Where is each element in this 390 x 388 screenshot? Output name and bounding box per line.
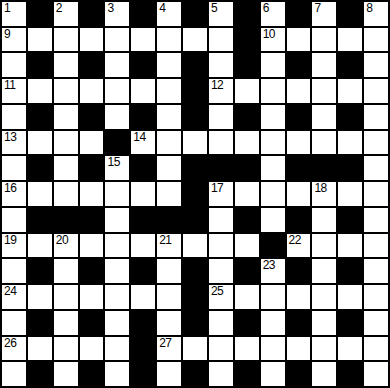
black-cell xyxy=(338,156,362,180)
black-cell xyxy=(287,362,311,386)
black-cell xyxy=(183,362,207,386)
black-cell xyxy=(183,182,207,206)
grid-cell[interactable] xyxy=(261,53,285,77)
black-cell xyxy=(338,105,362,129)
black-cell xyxy=(28,2,52,26)
grid-cell[interactable] xyxy=(312,311,336,335)
clue-number: 1 xyxy=(4,2,10,15)
grid-cell[interactable]: 16 xyxy=(2,182,26,206)
grid-cell[interactable] xyxy=(54,79,78,103)
grid-cell[interactable] xyxy=(364,285,388,309)
grid-cell[interactable] xyxy=(287,337,311,361)
black-cell xyxy=(131,53,155,77)
grid-cell[interactable] xyxy=(209,53,233,77)
grid-cell[interactable]: 19 xyxy=(2,234,26,258)
clue-number: 15 xyxy=(107,156,119,169)
grid-cell[interactable] xyxy=(54,259,78,283)
black-cell xyxy=(28,311,52,335)
grid-cell[interactable]: 13 xyxy=(2,131,26,155)
grid-cell[interactable] xyxy=(54,131,78,155)
grid-cell[interactable] xyxy=(338,234,362,258)
grid-cell[interactable]: 6 xyxy=(261,2,285,26)
grid-cell[interactable] xyxy=(28,285,52,309)
grid-cell[interactable] xyxy=(364,53,388,77)
grid-cell[interactable] xyxy=(80,131,104,155)
clue-number: 22 xyxy=(289,234,301,247)
grid-cell[interactable]: 5 xyxy=(209,2,233,26)
grid-cell[interactable] xyxy=(54,28,78,52)
grid-cell[interactable]: 25 xyxy=(209,285,233,309)
grid-cell[interactable] xyxy=(80,182,104,206)
grid-cell[interactable] xyxy=(209,28,233,52)
black-cell xyxy=(287,2,311,26)
black-cell xyxy=(235,105,259,129)
clue-number: 14 xyxy=(133,131,145,144)
black-cell xyxy=(261,234,285,258)
black-cell xyxy=(209,156,233,180)
grid-cell[interactable] xyxy=(209,105,233,129)
grid-cell[interactable] xyxy=(287,182,311,206)
grid-cell[interactable] xyxy=(287,28,311,52)
crossword-board: 1234567891011121314151617181920212223242… xyxy=(0,0,390,388)
grid-cell[interactable] xyxy=(105,53,129,77)
black-cell xyxy=(235,259,259,283)
grid-cell[interactable] xyxy=(209,131,233,155)
grid-cell[interactable] xyxy=(80,234,104,258)
black-cell xyxy=(80,156,104,180)
clue-number: 4 xyxy=(159,2,165,15)
clue-number: 20 xyxy=(56,234,68,247)
black-cell xyxy=(235,53,259,77)
clue-number: 12 xyxy=(211,79,223,92)
grid-cell[interactable] xyxy=(312,259,336,283)
black-cell xyxy=(235,362,259,386)
grid-cell[interactable] xyxy=(338,28,362,52)
grid-cell[interactable] xyxy=(105,285,129,309)
grid-cell[interactable] xyxy=(80,285,104,309)
grid-cell[interactable] xyxy=(28,234,52,258)
grid-cell[interactable] xyxy=(364,79,388,103)
grid-cell[interactable] xyxy=(131,285,155,309)
grid-cell[interactable] xyxy=(183,337,207,361)
grid-cell[interactable] xyxy=(338,337,362,361)
grid-cell[interactable] xyxy=(235,234,259,258)
black-cell xyxy=(287,259,311,283)
black-cell xyxy=(131,259,155,283)
grid-cell[interactable] xyxy=(183,131,207,155)
black-cell xyxy=(287,105,311,129)
grid-cell[interactable] xyxy=(105,79,129,103)
grid-cell[interactable] xyxy=(157,131,181,155)
clue-number: 21 xyxy=(159,234,171,247)
grid-cell[interactable]: 26 xyxy=(2,337,26,361)
grid-cell[interactable]: 24 xyxy=(2,285,26,309)
grid-cell[interactable] xyxy=(80,79,104,103)
grid-cell[interactable] xyxy=(261,182,285,206)
grid-cell[interactable] xyxy=(54,285,78,309)
clue-number: 8 xyxy=(366,2,372,15)
grid-cell[interactable] xyxy=(183,234,207,258)
grid-cell[interactable] xyxy=(364,182,388,206)
grid-cell[interactable] xyxy=(2,156,26,180)
black-cell xyxy=(338,2,362,26)
grid-cell[interactable] xyxy=(364,311,388,335)
grid-cell[interactable] xyxy=(364,337,388,361)
grid-cell[interactable] xyxy=(157,105,181,129)
black-cell xyxy=(28,105,52,129)
grid-cell[interactable]: 9 xyxy=(2,28,26,52)
grid-cell[interactable] xyxy=(338,285,362,309)
grid-cell[interactable] xyxy=(209,337,233,361)
black-cell xyxy=(131,311,155,335)
grid-cell[interactable] xyxy=(312,131,336,155)
black-cell xyxy=(235,156,259,180)
black-cell xyxy=(28,208,52,232)
black-cell xyxy=(183,311,207,335)
grid-cell[interactable] xyxy=(2,53,26,77)
grid-cell[interactable] xyxy=(261,105,285,129)
grid-cell[interactable] xyxy=(312,337,336,361)
black-cell xyxy=(235,2,259,26)
clue-number: 27 xyxy=(159,337,171,350)
black-cell xyxy=(80,105,104,129)
black-cell xyxy=(54,208,78,232)
grid-cell[interactable] xyxy=(105,182,129,206)
grid-cell[interactable] xyxy=(157,259,181,283)
black-cell xyxy=(80,362,104,386)
grid-cell[interactable] xyxy=(54,156,78,180)
clue-number: 18 xyxy=(314,182,326,195)
grid-cell[interactable] xyxy=(261,337,285,361)
grid-cell[interactable] xyxy=(131,79,155,103)
black-cell xyxy=(80,208,104,232)
black-cell xyxy=(183,259,207,283)
grid-cell[interactable] xyxy=(157,53,181,77)
grid-cell[interactable] xyxy=(105,311,129,335)
black-cell xyxy=(105,131,129,155)
grid-cell[interactable] xyxy=(28,79,52,103)
grid-cell[interactable] xyxy=(338,131,362,155)
grid-cell[interactable] xyxy=(183,28,207,52)
clue-number: 11 xyxy=(4,79,15,92)
grid-cell[interactable] xyxy=(312,105,336,129)
grid-cell[interactable] xyxy=(364,234,388,258)
grid-cell[interactable] xyxy=(235,285,259,309)
grid-cell[interactable] xyxy=(131,28,155,52)
grid-cell[interactable] xyxy=(312,234,336,258)
grid-cell[interactable]: 4 xyxy=(157,2,181,26)
clue-number: 26 xyxy=(4,337,16,350)
black-cell xyxy=(183,285,207,309)
grid-cell[interactable] xyxy=(54,311,78,335)
grid-cell[interactable] xyxy=(261,208,285,232)
grid-cell[interactable] xyxy=(157,362,181,386)
grid-cell[interactable] xyxy=(2,311,26,335)
grid-cell[interactable]: 15 xyxy=(105,156,129,180)
grid-cell[interactable] xyxy=(105,259,129,283)
black-cell xyxy=(80,311,104,335)
grid-cell[interactable]: 7 xyxy=(312,2,336,26)
grid-cell[interactable] xyxy=(105,234,129,258)
grid-cell[interactable]: 1 xyxy=(2,2,26,26)
grid-cell[interactable] xyxy=(80,337,104,361)
black-cell xyxy=(287,53,311,77)
clue-number: 16 xyxy=(4,182,16,195)
grid-cell[interactable]: 2 xyxy=(54,2,78,26)
grid-cell[interactable] xyxy=(364,259,388,283)
grid-cell[interactable]: 20 xyxy=(54,234,78,258)
clue-number: 7 xyxy=(314,2,320,15)
clue-number: 2 xyxy=(56,2,62,15)
black-cell xyxy=(183,208,207,232)
crossword-puzzle: 1234567891011121314151617181920212223242… xyxy=(0,0,390,388)
black-cell xyxy=(183,105,207,129)
black-cell xyxy=(28,362,52,386)
black-cell xyxy=(131,2,155,26)
grid-cell[interactable] xyxy=(287,285,311,309)
grid-cell[interactable] xyxy=(287,79,311,103)
clue-number: 9 xyxy=(4,28,10,41)
grid-cell[interactable] xyxy=(131,182,155,206)
grid-cell[interactable] xyxy=(54,362,78,386)
grid-cell[interactable]: 23 xyxy=(261,259,285,283)
grid-cell[interactable] xyxy=(209,362,233,386)
grid-cell[interactable] xyxy=(209,208,233,232)
black-cell xyxy=(235,311,259,335)
clue-number: 6 xyxy=(263,2,269,15)
black-cell xyxy=(131,105,155,129)
grid-cell[interactable] xyxy=(54,182,78,206)
grid-cell[interactable] xyxy=(105,362,129,386)
grid-cell[interactable] xyxy=(54,105,78,129)
grid-cell[interactable] xyxy=(105,337,129,361)
grid-cell[interactable] xyxy=(261,311,285,335)
grid-cell[interactable]: 14 xyxy=(131,131,155,155)
grid-cell[interactable]: 17 xyxy=(209,182,233,206)
grid-cell[interactable] xyxy=(312,28,336,52)
grid-cell[interactable] xyxy=(2,259,26,283)
grid-cell[interactable] xyxy=(364,105,388,129)
grid-cell[interactable]: 21 xyxy=(157,234,181,258)
grid-cell[interactable] xyxy=(364,156,388,180)
grid-cell[interactable] xyxy=(131,234,155,258)
grid-cell[interactable] xyxy=(28,182,52,206)
clue-number: 24 xyxy=(4,285,16,298)
grid-cell[interactable]: 10 xyxy=(261,28,285,52)
grid-cell[interactable] xyxy=(235,182,259,206)
black-cell xyxy=(338,53,362,77)
grid-cell[interactable]: 27 xyxy=(157,337,181,361)
grid-cell[interactable] xyxy=(261,131,285,155)
black-cell xyxy=(183,156,207,180)
grid-cell[interactable] xyxy=(105,28,129,52)
grid-cell[interactable] xyxy=(105,208,129,232)
black-cell xyxy=(80,53,104,77)
grid-cell[interactable] xyxy=(364,362,388,386)
grid-cell[interactable] xyxy=(157,311,181,335)
black-cell xyxy=(28,53,52,77)
black-cell xyxy=(131,362,155,386)
grid-cell[interactable] xyxy=(157,79,181,103)
black-cell xyxy=(80,2,104,26)
grid-cell[interactable] xyxy=(28,131,52,155)
black-cell xyxy=(235,28,259,52)
grid-cell[interactable] xyxy=(338,79,362,103)
black-cell xyxy=(183,2,207,26)
black-cell xyxy=(28,156,52,180)
black-cell xyxy=(183,53,207,77)
grid-cell[interactable] xyxy=(364,131,388,155)
grid-cell[interactable]: 11 xyxy=(2,79,26,103)
grid-cell[interactable] xyxy=(338,182,362,206)
clue-number: 25 xyxy=(211,285,223,298)
grid-cell[interactable] xyxy=(105,105,129,129)
clue-number: 10 xyxy=(263,28,275,41)
black-cell xyxy=(157,208,181,232)
black-cell xyxy=(338,311,362,335)
grid-cell[interactable]: 8 xyxy=(364,2,388,26)
grid-cell[interactable] xyxy=(80,28,104,52)
black-cell xyxy=(287,208,311,232)
grid-cell[interactable] xyxy=(287,131,311,155)
grid-cell[interactable] xyxy=(209,259,233,283)
grid-cell[interactable] xyxy=(235,337,259,361)
black-cell xyxy=(131,337,155,361)
grid-cell[interactable] xyxy=(261,285,285,309)
grid-cell[interactable] xyxy=(364,208,388,232)
grid-cell[interactable] xyxy=(209,311,233,335)
grid-cell[interactable]: 22 xyxy=(287,234,311,258)
grid-cell[interactable] xyxy=(261,362,285,386)
black-cell xyxy=(131,156,155,180)
clue-number: 13 xyxy=(4,131,16,144)
grid-cell[interactable] xyxy=(261,79,285,103)
grid-cell[interactable] xyxy=(28,337,52,361)
grid-cell[interactable] xyxy=(235,131,259,155)
black-cell xyxy=(235,208,259,232)
grid-cell[interactable] xyxy=(54,53,78,77)
grid-cell[interactable] xyxy=(312,285,336,309)
grid-cell[interactable] xyxy=(209,234,233,258)
black-cell xyxy=(338,362,362,386)
black-cell xyxy=(28,259,52,283)
grid-cell[interactable] xyxy=(157,285,181,309)
grid-cell[interactable] xyxy=(2,362,26,386)
grid-cell[interactable]: 18 xyxy=(312,182,336,206)
grid-cell[interactable] xyxy=(312,79,336,103)
grid-cell[interactable] xyxy=(157,156,181,180)
grid-cell[interactable] xyxy=(312,208,336,232)
grid-cell[interactable] xyxy=(2,105,26,129)
black-cell xyxy=(287,311,311,335)
grid-cell[interactable] xyxy=(261,156,285,180)
black-cell xyxy=(131,208,155,232)
grid-cell[interactable]: 12 xyxy=(209,79,233,103)
grid-cell[interactable] xyxy=(312,53,336,77)
grid-cell[interactable] xyxy=(364,28,388,52)
grid-cell[interactable] xyxy=(2,208,26,232)
black-cell xyxy=(312,156,336,180)
clue-number: 5 xyxy=(211,2,217,15)
black-cell xyxy=(183,79,207,103)
clue-number: 3 xyxy=(107,2,113,15)
clue-number: 17 xyxy=(211,182,223,195)
clue-number: 19 xyxy=(4,234,16,247)
grid-cell[interactable]: 3 xyxy=(105,2,129,26)
grid-cell[interactable] xyxy=(157,28,181,52)
grid-cell[interactable] xyxy=(235,79,259,103)
clue-number: 23 xyxy=(263,259,275,272)
black-cell xyxy=(338,208,362,232)
black-cell xyxy=(80,259,104,283)
grid-cell[interactable] xyxy=(28,28,52,52)
black-cell xyxy=(338,259,362,283)
grid-cell[interactable] xyxy=(312,362,336,386)
grid-cell[interactable] xyxy=(54,337,78,361)
grid-cell[interactable] xyxy=(157,182,181,206)
black-cell xyxy=(287,156,311,180)
